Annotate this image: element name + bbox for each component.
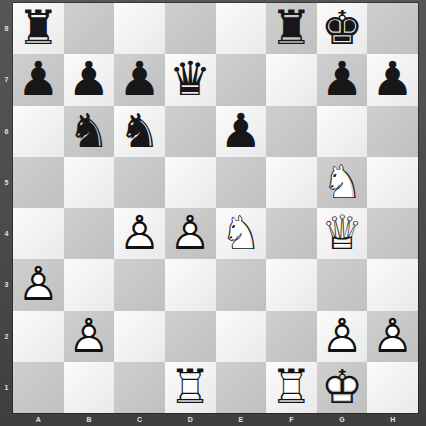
- square-f1[interactable]: ♜♖: [266, 362, 317, 413]
- piece-outline: ♙: [118, 209, 160, 256]
- square-e6[interactable]: ♟: [216, 106, 267, 157]
- piece-outline: ♙: [372, 312, 414, 359]
- file-label-d: D: [165, 413, 216, 426]
- piece-black-king-g8[interactable]: ♚: [321, 4, 363, 51]
- square-b4[interactable]: [64, 208, 115, 259]
- square-d4[interactable]: ♟♙: [165, 208, 216, 259]
- piece-outline: ♙: [321, 312, 363, 359]
- square-a2[interactable]: [13, 311, 64, 362]
- piece-black-rook-f8[interactable]: ♜: [270, 4, 312, 51]
- square-e1[interactable]: [216, 362, 267, 413]
- rank-label-8: 8: [0, 3, 13, 54]
- square-d8[interactable]: [165, 3, 216, 54]
- square-e2[interactable]: [216, 311, 267, 362]
- square-a3[interactable]: ♟♙: [13, 259, 64, 310]
- square-h2[interactable]: ♟♙: [367, 311, 418, 362]
- piece-white-rook-f1[interactable]: ♜♖: [270, 363, 312, 410]
- rank-label-1: 1: [0, 362, 13, 413]
- square-h6[interactable]: [367, 106, 418, 157]
- piece-black-pawn-e6[interactable]: ♟: [220, 107, 262, 154]
- square-c6[interactable]: ♞: [114, 106, 165, 157]
- square-c3[interactable]: [114, 259, 165, 310]
- piece-outline: ♖: [169, 363, 211, 410]
- piece-outline: ♕: [321, 209, 363, 256]
- rank-labels: 87654321: [0, 3, 13, 413]
- piece-black-rook-a8[interactable]: ♜: [17, 4, 59, 51]
- chess-board-frame: 87654321 ♜♜♚♟♟♟♛♟♟♞♞♟♞♘♟♙♟♙♞♘♛♕♟♙♟♙♟♙♟♙♜…: [0, 0, 426, 426]
- piece-outline: ♘: [321, 158, 363, 205]
- piece-white-knight-g5[interactable]: ♞♘: [321, 158, 363, 205]
- square-d5[interactable]: [165, 157, 216, 208]
- square-a4[interactable]: [13, 208, 64, 259]
- rank-label-6: 6: [0, 106, 13, 157]
- piece-black-queen-d7[interactable]: ♛: [169, 55, 211, 102]
- square-c2[interactable]: [114, 311, 165, 362]
- square-d1[interactable]: ♜♖: [165, 362, 216, 413]
- square-h3[interactable]: [367, 259, 418, 310]
- file-labels: ABCDEFGH: [13, 413, 418, 426]
- square-d3[interactable]: [165, 259, 216, 310]
- square-h5[interactable]: [367, 157, 418, 208]
- square-g3[interactable]: [317, 259, 368, 310]
- square-a8[interactable]: ♜: [13, 3, 64, 54]
- square-f8[interactable]: ♜: [266, 3, 317, 54]
- square-g2[interactable]: ♟♙: [317, 311, 368, 362]
- piece-black-pawn-b7[interactable]: ♟: [68, 55, 110, 102]
- square-f7[interactable]: [266, 54, 317, 105]
- square-c5[interactable]: [114, 157, 165, 208]
- piece-white-pawn-h2[interactable]: ♟♙: [372, 312, 414, 359]
- piece-white-pawn-a3[interactable]: ♟♙: [17, 260, 59, 307]
- square-e4[interactable]: ♞♘: [216, 208, 267, 259]
- file-label-a: A: [13, 413, 64, 426]
- file-label-f: F: [266, 413, 317, 426]
- square-a1[interactable]: [13, 362, 64, 413]
- square-h8[interactable]: [367, 3, 418, 54]
- square-c4[interactable]: ♟♙: [114, 208, 165, 259]
- square-b6[interactable]: ♞: [64, 106, 115, 157]
- piece-outline: ♘: [220, 209, 262, 256]
- file-label-c: C: [114, 413, 165, 426]
- piece-black-pawn-h7[interactable]: ♟: [372, 55, 414, 102]
- square-d6[interactable]: [165, 106, 216, 157]
- rank-label-4: 4: [0, 208, 13, 259]
- piece-outline: ♙: [17, 260, 59, 307]
- piece-white-pawn-d4[interactable]: ♟♙: [169, 209, 211, 256]
- square-h7[interactable]: ♟: [367, 54, 418, 105]
- file-label-b: B: [64, 413, 115, 426]
- square-c7[interactable]: ♟: [114, 54, 165, 105]
- square-a6[interactable]: [13, 106, 64, 157]
- square-e5[interactable]: [216, 157, 267, 208]
- square-c8[interactable]: [114, 3, 165, 54]
- square-a5[interactable]: [13, 157, 64, 208]
- piece-white-pawn-c4[interactable]: ♟♙: [118, 209, 160, 256]
- square-f6[interactable]: [266, 106, 317, 157]
- file-label-h: H: [367, 413, 418, 426]
- square-g1[interactable]: ♚♔: [317, 362, 368, 413]
- piece-black-pawn-g7[interactable]: ♟: [321, 55, 363, 102]
- chess-board: ♜♜♚♟♟♟♛♟♟♞♞♟♞♘♟♙♟♙♞♘♛♕♟♙♟♙♟♙♟♙♜♖♜♖♚♔: [13, 3, 418, 413]
- piece-outline: ♖: [270, 363, 312, 410]
- square-d7[interactable]: ♛: [165, 54, 216, 105]
- piece-white-queen-g4[interactable]: ♛♕: [321, 209, 363, 256]
- square-g6[interactable]: [317, 106, 368, 157]
- square-e8[interactable]: [216, 3, 267, 54]
- piece-outline: ♙: [169, 209, 211, 256]
- piece-black-pawn-c7[interactable]: ♟: [118, 55, 160, 102]
- square-h1[interactable]: [367, 362, 418, 413]
- piece-outline: ♙: [68, 312, 110, 359]
- piece-white-pawn-b2[interactable]: ♟♙: [68, 312, 110, 359]
- square-g8[interactable]: ♚: [317, 3, 368, 54]
- piece-black-pawn-a7[interactable]: ♟: [17, 55, 59, 102]
- square-h4[interactable]: [367, 208, 418, 259]
- piece-white-knight-e4[interactable]: ♞♘: [220, 209, 262, 256]
- rank-label-7: 7: [0, 54, 13, 105]
- rank-label-3: 3: [0, 259, 13, 310]
- square-d2[interactable]: [165, 311, 216, 362]
- piece-white-pawn-g2[interactable]: ♟♙: [321, 312, 363, 359]
- piece-black-knight-c6[interactable]: ♞: [118, 107, 160, 154]
- square-c1[interactable]: [114, 362, 165, 413]
- square-g7[interactable]: ♟: [317, 54, 368, 105]
- file-label-e: E: [216, 413, 267, 426]
- square-b1[interactable]: [64, 362, 115, 413]
- square-f3[interactable]: [266, 259, 317, 310]
- square-e3[interactable]: [216, 259, 267, 310]
- square-b2[interactable]: ♟♙: [64, 311, 115, 362]
- square-a7[interactable]: ♟: [13, 54, 64, 105]
- square-g4[interactable]: ♛♕: [317, 208, 368, 259]
- rank-label-5: 5: [0, 157, 13, 208]
- square-f4[interactable]: [266, 208, 317, 259]
- piece-white-rook-d1[interactable]: ♜♖: [169, 363, 211, 410]
- piece-white-king-g1[interactable]: ♚♔: [321, 363, 363, 410]
- square-f5[interactable]: [266, 157, 317, 208]
- piece-outline: ♔: [321, 363, 363, 410]
- square-f2[interactable]: [266, 311, 317, 362]
- piece-black-knight-b6[interactable]: ♞: [68, 107, 110, 154]
- square-b5[interactable]: [64, 157, 115, 208]
- square-e7[interactable]: [216, 54, 267, 105]
- square-b3[interactable]: [64, 259, 115, 310]
- rank-label-2: 2: [0, 311, 13, 362]
- square-b8[interactable]: [64, 3, 115, 54]
- square-g5[interactable]: ♞♘: [317, 157, 368, 208]
- file-label-g: G: [317, 413, 368, 426]
- square-b7[interactable]: ♟: [64, 54, 115, 105]
